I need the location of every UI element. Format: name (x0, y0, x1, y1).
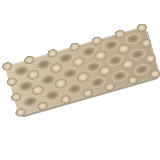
egg-tray (5, 26, 160, 116)
wall-half-cone (143, 52, 159, 66)
wall-half-cone (80, 87, 96, 101)
wall-half-cone (13, 106, 29, 120)
wall-half-cone (45, 47, 61, 61)
pulp-cone (25, 68, 45, 85)
wall-half-cone (4, 75, 20, 89)
wall-half-cone (36, 100, 52, 114)
wall-half-cone (134, 21, 150, 35)
wall-half-cone (125, 74, 141, 88)
wall-half-cone (0, 60, 16, 74)
wall-half-cone (67, 41, 83, 55)
pulp-cone (29, 83, 49, 100)
cones-layer (5, 26, 160, 116)
pulp-cone (92, 48, 112, 65)
pulp-cone (119, 57, 139, 74)
pulp-cone (47, 61, 67, 78)
wall-half-cone (148, 68, 160, 82)
pulp-cone (70, 55, 90, 72)
wall-half-cone (90, 34, 106, 48)
pulp-cone (52, 77, 72, 94)
wall-half-cone (58, 93, 74, 107)
wall-half-cone (139, 37, 155, 51)
wall-half-cone (9, 91, 25, 105)
wall-half-cone (22, 54, 38, 68)
photo-canvas (0, 0, 160, 160)
pulp-cone (115, 42, 135, 59)
pulp-cone (74, 70, 94, 87)
wall-half-cone (112, 28, 128, 42)
pulp-cone (97, 64, 117, 81)
wall-half-cone (103, 80, 119, 94)
